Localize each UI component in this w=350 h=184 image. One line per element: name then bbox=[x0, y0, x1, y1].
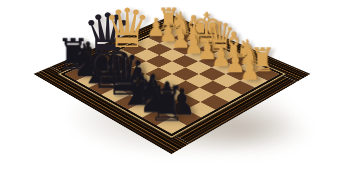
chess-set-product-photo: ♜♞♝♚♛♝♞♜♟♟♟♟♟♟♟♟♟♟♟♟♟♟♟♟♜♞♝♚♛♝♞♜ ♛ ♛ bbox=[0, 0, 350, 184]
chess-board: ♜♞♝♚♛♝♞♜♟♟♟♟♟♟♟♟♟♟♟♟♟♟♟♟♜♞♝♚♛♝♞♜ bbox=[33, 15, 310, 154]
extra-white-queen: ♛ bbox=[103, 2, 151, 56]
piece-white-pawn: ♟ bbox=[239, 55, 260, 83]
perspective-scene: ♜♞♝♚♛♝♞♜♟♟♟♟♟♟♟♟♟♟♟♟♟♟♟♟♜♞♝♚♛♝♞♜ bbox=[0, 0, 350, 184]
piece-black-rook: ♜ bbox=[148, 80, 185, 128]
